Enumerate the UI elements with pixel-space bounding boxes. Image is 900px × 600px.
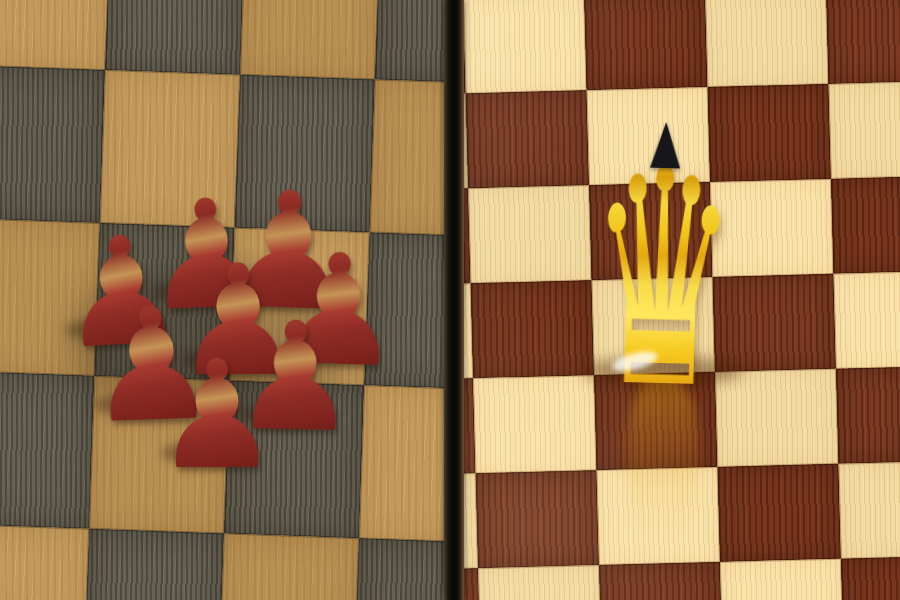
red-pawn-cluster: ♟♟♟♟♟♟♟♟ [0, 0, 450, 600]
queen-layer: ♛ [450, 0, 900, 600]
left-board: ♟♟♟♟♟♟♟♟ [0, 0, 450, 600]
scene: ♟♟♟♟♟♟♟♟ ♛ [0, 0, 900, 600]
board-seam [444, 0, 464, 600]
red-pawn[interactable]: ♟ [155, 340, 279, 490]
amber-queen[interactable]: ♛ [585, 122, 741, 374]
queen-glyph: ♛ [584, 128, 740, 432]
queen-black-tip-icon [650, 122, 681, 169]
right-board: ♛ [450, 0, 900, 600]
